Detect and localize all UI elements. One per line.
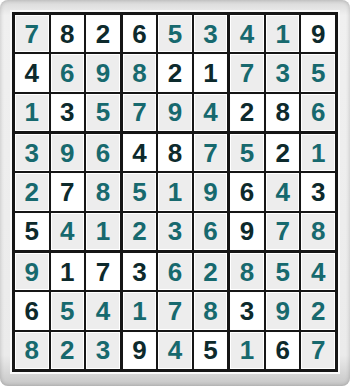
cell-r2c9[interactable]: 5 bbox=[301, 54, 335, 91]
cell-r1c4: 6 bbox=[123, 15, 157, 52]
cell-r3c1[interactable]: 1 bbox=[15, 94, 49, 131]
cell-r2c3[interactable]: 9 bbox=[86, 54, 120, 91]
cell-r9c6: 5 bbox=[194, 332, 228, 369]
cell-r2c4[interactable]: 8 bbox=[123, 54, 157, 91]
box-3: 419735286 bbox=[230, 15, 335, 131]
cell-r1c9: 9 bbox=[301, 15, 335, 52]
cell-r5c9: 3 bbox=[301, 173, 335, 210]
cell-r1c6[interactable]: 3 bbox=[194, 15, 228, 52]
cell-r6c3[interactable]: 1 bbox=[86, 213, 120, 250]
cell-r2c6: 1 bbox=[194, 54, 228, 91]
cell-r4c9[interactable]: 1 bbox=[301, 134, 335, 171]
cell-r1c7[interactable]: 4 bbox=[230, 15, 264, 52]
cell-r5c6[interactable]: 9 bbox=[194, 173, 228, 210]
cell-r3c4[interactable]: 7 bbox=[123, 94, 157, 131]
cell-r6c5[interactable]: 3 bbox=[158, 213, 192, 250]
cell-r4c5: 8 bbox=[158, 134, 192, 171]
cell-r9c8: 6 bbox=[266, 332, 300, 369]
cell-r6c1: 5 bbox=[15, 213, 49, 250]
cell-r9c9[interactable]: 7 bbox=[301, 332, 335, 369]
cell-r8c1: 6 bbox=[15, 292, 49, 329]
cell-r4c7[interactable]: 5 bbox=[230, 134, 264, 171]
cell-r4c3[interactable]: 6 bbox=[86, 134, 120, 171]
cell-r5c4[interactable]: 5 bbox=[123, 173, 157, 210]
cell-r3c2: 3 bbox=[51, 94, 85, 131]
cell-r5c7: 6 bbox=[230, 173, 264, 210]
cell-r8c3[interactable]: 4 bbox=[86, 292, 120, 329]
cell-r6c7: 9 bbox=[230, 213, 264, 250]
cell-r7c5[interactable]: 6 bbox=[158, 253, 192, 290]
cell-r6c8[interactable]: 7 bbox=[266, 213, 300, 250]
cell-r3c3[interactable]: 5 bbox=[86, 94, 120, 131]
box-5: 487519236 bbox=[123, 134, 228, 250]
cell-r8c4[interactable]: 1 bbox=[123, 292, 157, 329]
box-9: 854392167 bbox=[230, 253, 335, 369]
cell-r3c7: 2 bbox=[230, 94, 264, 131]
cell-r2c8[interactable]: 3 bbox=[266, 54, 300, 91]
sudoku-board: 7824691356538217944197352863962785414875… bbox=[10, 10, 340, 374]
cell-r8c6[interactable]: 8 bbox=[194, 292, 228, 329]
cell-r5c2: 7 bbox=[51, 173, 85, 210]
box-4: 396278541 bbox=[15, 134, 120, 250]
cell-r9c1[interactable]: 8 bbox=[15, 332, 49, 369]
cell-r7c1[interactable]: 9 bbox=[15, 253, 49, 290]
cell-r4c8: 2 bbox=[266, 134, 300, 171]
box-1: 782469135 bbox=[15, 15, 120, 131]
cell-r1c3: 2 bbox=[86, 15, 120, 52]
cell-r8c9[interactable]: 2 bbox=[301, 292, 335, 329]
cell-r5c1[interactable]: 2 bbox=[15, 173, 49, 210]
cell-r7c9[interactable]: 4 bbox=[301, 253, 335, 290]
cell-r7c6[interactable]: 2 bbox=[194, 253, 228, 290]
cell-r2c7[interactable]: 7 bbox=[230, 54, 264, 91]
cell-r6c4[interactable]: 2 bbox=[123, 213, 157, 250]
sudoku-widget-frame: 7824691356538217944197352863962785414875… bbox=[0, 0, 350, 386]
cell-r8c7: 3 bbox=[230, 292, 264, 329]
cell-r7c4: 3 bbox=[123, 253, 157, 290]
cell-r4c1[interactable]: 3 bbox=[15, 134, 49, 171]
cell-r2c5: 2 bbox=[158, 54, 192, 91]
cell-r9c3[interactable]: 3 bbox=[86, 332, 120, 369]
cell-r3c6[interactable]: 4 bbox=[194, 94, 228, 131]
cell-r7c8[interactable]: 5 bbox=[266, 253, 300, 290]
cell-r5c3[interactable]: 8 bbox=[86, 173, 120, 210]
cell-r3c5[interactable]: 9 bbox=[158, 94, 192, 131]
cell-r9c5[interactable]: 4 bbox=[158, 332, 192, 369]
cell-r6c6[interactable]: 6 bbox=[194, 213, 228, 250]
cell-r9c7[interactable]: 1 bbox=[230, 332, 264, 369]
cell-r8c2[interactable]: 5 bbox=[51, 292, 85, 329]
cell-r7c3: 7 bbox=[86, 253, 120, 290]
cell-r1c1[interactable]: 7 bbox=[15, 15, 49, 52]
cell-r6c2[interactable]: 4 bbox=[51, 213, 85, 250]
cell-r4c2[interactable]: 9 bbox=[51, 134, 85, 171]
box-7: 917654823 bbox=[15, 253, 120, 369]
cell-r4c6[interactable]: 7 bbox=[194, 134, 228, 171]
cell-r1c5[interactable]: 5 bbox=[158, 15, 192, 52]
cell-r2c1: 4 bbox=[15, 54, 49, 91]
box-2: 653821794 bbox=[123, 15, 228, 131]
box-6: 521643978 bbox=[230, 134, 335, 250]
cell-r8c8[interactable]: 9 bbox=[266, 292, 300, 329]
cell-r2c2[interactable]: 6 bbox=[51, 54, 85, 91]
cell-r3c8: 8 bbox=[266, 94, 300, 131]
cell-r8c5[interactable]: 7 bbox=[158, 292, 192, 329]
cell-r1c8[interactable]: 1 bbox=[266, 15, 300, 52]
cell-r9c2[interactable]: 2 bbox=[51, 332, 85, 369]
cell-r5c8[interactable]: 4 bbox=[266, 173, 300, 210]
box-8: 362178945 bbox=[123, 253, 228, 369]
cell-r3c9[interactable]: 6 bbox=[301, 94, 335, 131]
cell-r6c9[interactable]: 8 bbox=[301, 213, 335, 250]
cell-r4c4: 4 bbox=[123, 134, 157, 171]
cell-r5c5[interactable]: 1 bbox=[158, 173, 192, 210]
cell-r1c2: 8 bbox=[51, 15, 85, 52]
cell-r9c4: 9 bbox=[123, 332, 157, 369]
cell-r7c7[interactable]: 8 bbox=[230, 253, 264, 290]
cell-r7c2: 1 bbox=[51, 253, 85, 290]
